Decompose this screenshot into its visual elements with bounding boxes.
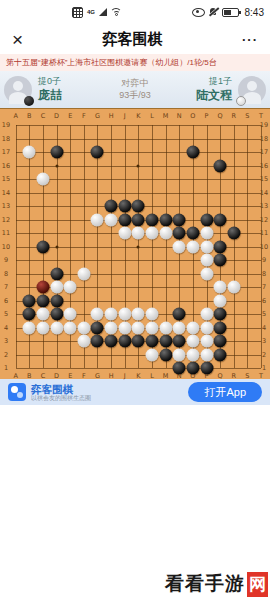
stone-black-R11 [227,227,240,240]
coord-label: 15 [260,175,268,183]
coord-label: 6 [4,297,8,305]
stone-black-B5 [23,308,36,321]
coord-label: C [41,112,46,120]
stone-white-L5 [146,308,159,321]
stone-white-P3 [200,335,213,348]
stone-black-N12 [173,213,186,226]
signal-4g-label: 4G [87,9,95,15]
star-point [55,164,58,167]
coord-label: 10 [260,243,268,251]
coord-label: 14 [2,189,10,197]
stone-black-M12 [159,213,172,226]
coord-label: A [13,372,17,380]
stone-black-J12 [118,213,131,226]
coord-label: F [82,112,86,120]
stone-black-G4 [91,321,104,334]
coord-label: 12 [2,216,10,224]
coord-label: 15 [2,175,10,183]
grid-line [234,125,235,368]
coord-label: 12 [260,216,268,224]
stone-white-P8 [200,267,213,280]
stone-black-G3 [91,335,104,348]
coord-label: 19 [260,121,268,129]
watermark-net-badge: 网 [247,572,268,597]
stone-white-R7 [227,281,240,294]
move-counter: 93手/93 [119,90,151,102]
coord-label: K [136,112,140,120]
coord-label: 8 [4,270,8,278]
stone-white-H4 [105,321,118,334]
stone-white-D4 [50,321,63,334]
coord-label: 9 [4,256,8,264]
coord-label: 19 [2,121,10,129]
stone-white-C5 [36,308,49,321]
coord-label: D [54,372,59,380]
stone-white-C4 [36,321,49,334]
stone-white-B17 [23,146,36,159]
coord-label: 11 [260,229,268,237]
stone-black-Q16 [214,159,227,172]
coord-label: S [245,112,249,120]
stone-black-L3 [146,335,159,348]
black-captures: 提0子 [38,76,62,87]
coord-label: 10 [2,243,10,251]
coord-label: C [41,372,46,380]
black-player-avatar[interactable] [4,76,32,104]
coord-label: 17 [260,148,268,156]
coord-label: 16 [2,162,10,170]
stone-black-Q3 [214,335,227,348]
coord-label: G [95,372,100,380]
coord-label: 18 [260,135,268,143]
star-point [137,245,140,248]
coord-label: 4 [262,324,266,332]
app-banner: 弈客围棋 以棋会友的围棋生态圈 打开App [0,379,270,405]
coord-label: 3 [262,337,266,345]
open-app-button[interactable]: 打开App [188,382,262,402]
stone-white-L2 [146,348,159,361]
coord-label: K [136,372,140,380]
stone-black-O1 [186,362,199,375]
stone-white-K5 [132,308,145,321]
stone-black-Q12 [214,213,227,226]
coord-label: E [68,112,72,120]
coord-label: L [150,372,154,380]
star-point [55,245,58,248]
player-bar: 提0子 庞喆 对弈中 93手/93 提1子 陆文程 [0,71,270,108]
coord-label: L [150,112,154,120]
stone-white-E7 [64,281,77,294]
stone-black-Q9 [214,254,227,267]
coord-label: 11 [2,229,10,237]
white-stone-badge [236,96,246,106]
coord-label: 5 [262,310,266,318]
coord-label: B [27,112,31,120]
stone-white-H12 [105,213,118,226]
yike-logo-icon [8,383,26,401]
coord-label: N [177,112,182,120]
grid-line [247,125,248,368]
coord-label: 2 [262,351,266,359]
stone-black-M2 [159,348,172,361]
stone-white-N2 [173,348,186,361]
stone-black-C6 [36,294,49,307]
coord-label: B [27,372,31,380]
black-player: 提0子 庞喆 [4,76,62,104]
battery-icon [222,8,239,17]
stone-white-F8 [77,267,90,280]
stone-black-K3 [132,335,145,348]
stone-black-N1 [173,362,186,375]
stone-white-P5 [200,308,213,321]
tournament-banner: 第十五届“建桥杯”上海市社区围棋邀请赛（幼儿组）/1轮/5台 [0,54,270,71]
game-status: 对弈中 93手/93 [119,78,151,101]
coord-label: J [124,372,126,380]
app-slogan: 以棋会友的围棋生态圈 [31,395,91,402]
stone-black-G17 [91,146,104,159]
coord-label: G [95,112,100,120]
stone-black-B6 [23,294,36,307]
coord-label: H [109,372,114,380]
white-player-name: 陆文程 [196,88,232,103]
coord-label: Q [218,112,223,120]
stone-white-N10 [173,240,186,253]
nav-bar: × 弈客围棋 ··· [0,24,270,54]
stone-white-P11 [200,227,213,240]
black-player-name: 庞喆 [38,88,62,103]
wifi-icon [111,8,122,17]
stone-white-N4 [173,321,186,334]
white-player: 提1子 陆文程 [196,76,266,104]
stone-black-N3 [173,335,186,348]
mute-icon [209,7,218,17]
coord-label: J [124,112,126,120]
stone-white-C15 [36,173,49,186]
stone-black-D17 [50,146,63,159]
stone-black-J3 [118,335,131,348]
stone-black-P12 [200,213,213,226]
watermark-text: 看看手游 [165,571,245,597]
coord-label: 7 [4,283,8,291]
site-watermark: 看看手游 网 [165,571,268,597]
stone-white-F3 [77,335,90,348]
stone-black-K13 [132,200,145,213]
stone-white-Q7 [214,281,227,294]
coord-label: F [82,372,86,380]
coord-label: M [163,112,169,120]
stone-white-M4 [159,321,172,334]
coord-label: 17 [2,148,10,156]
stone-black-Q4 [214,321,227,334]
coord-label: 5 [4,310,8,318]
stone-white-L4 [146,321,159,334]
page-title: 弈客围棋 [103,30,163,49]
go-board[interactable]: AABBCCDDEEFFGGHHJJKKLLMMNNOOPPQQRRSSTT19… [0,108,270,379]
eye-comfort-icon [192,8,205,17]
coord-label: 13 [260,202,268,210]
white-captures: 提1子 [209,76,232,87]
stone-white-H5 [105,308,118,321]
star-point [137,164,140,167]
clock-time: 8:43 [245,7,264,18]
stone-white-K4 [132,321,145,334]
stone-white-P2 [200,348,213,361]
stone-black-L12 [146,213,159,226]
more-menu-icon[interactable]: ··· [242,32,258,47]
sim-icon [72,7,83,18]
stone-black-C10 [36,240,49,253]
stone-black-J13 [118,200,131,213]
coord-label: S [245,372,249,380]
stone-white-O3 [186,335,199,348]
stone-white-G12 [91,213,104,226]
stone-black-Q2 [214,348,227,361]
black-stone-badge [24,96,34,106]
stone-white-L11 [146,227,159,240]
signal-icon [99,8,107,16]
status-text: 对弈中 [119,78,151,90]
stone-black-D6 [50,294,63,307]
app-screen: { "status_bar": { "time": "8:43", "signa… [0,0,270,600]
stone-white-E5 [64,308,77,321]
coord-label: O [190,112,195,120]
coord-label: E [68,372,72,380]
coord-label: T [259,112,263,120]
stone-white-F4 [77,321,90,334]
close-icon[interactable]: × [12,30,23,49]
stone-white-P10 [200,240,213,253]
coord-label: A [13,112,17,120]
stone-white-J11 [118,227,131,240]
stone-white-O2 [186,348,199,361]
coord-label: R [232,112,237,120]
status-bar: 4G 8:43 [0,0,270,24]
stone-white-K11 [132,227,145,240]
stone-white-M11 [159,227,172,240]
stone-black-O17 [186,146,199,159]
grid-line [16,368,261,369]
stone-white-O10 [186,240,199,253]
stone-white-P9 [200,254,213,267]
stone-black-H3 [105,335,118,348]
white-player-avatar[interactable] [238,76,266,104]
stone-white-Q6 [214,294,227,307]
coord-label: R [232,372,237,380]
stone-white-D7 [50,281,63,294]
stone-white-G5 [91,308,104,321]
stone-white-J4 [118,321,131,334]
coord-label: 3 [4,337,8,345]
stone-black-Q10 [214,240,227,253]
stone-black-D5 [50,308,63,321]
stone-black-D8 [50,267,63,280]
stone-white-J5 [118,308,131,321]
stone-red-C7 [36,281,49,294]
coord-label: M [163,372,169,380]
coord-label: Q [218,372,223,380]
coord-label: 13 [2,202,10,210]
coord-label: 9 [262,256,266,264]
coord-label: 2 [4,351,8,359]
stone-white-P4 [200,321,213,334]
coord-label: 14 [260,189,268,197]
coord-label: 7 [262,283,266,291]
stone-black-M3 [159,335,172,348]
stone-black-P1 [200,362,213,375]
coord-label: 18 [2,135,10,143]
coord-label: H [109,112,114,120]
coord-label: 16 [260,162,268,170]
coord-label: 4 [4,324,8,332]
stone-black-N11 [173,227,186,240]
coord-label: 6 [262,297,266,305]
stone-black-H13 [105,200,118,213]
stone-black-Q5 [214,308,227,321]
coord-label: P [205,112,209,120]
coord-label: 1 [4,364,8,372]
stone-black-N5 [173,308,186,321]
app-name: 弈客围棋 [31,383,91,395]
coord-label: 1 [262,364,266,372]
stone-white-B4 [23,321,36,334]
stone-white-E4 [64,321,77,334]
coord-label: 8 [262,270,266,278]
stone-black-O11 [186,227,199,240]
stone-white-O4 [186,321,199,334]
coord-label: T [259,372,263,380]
stone-black-K12 [132,213,145,226]
coord-label: D [54,112,59,120]
